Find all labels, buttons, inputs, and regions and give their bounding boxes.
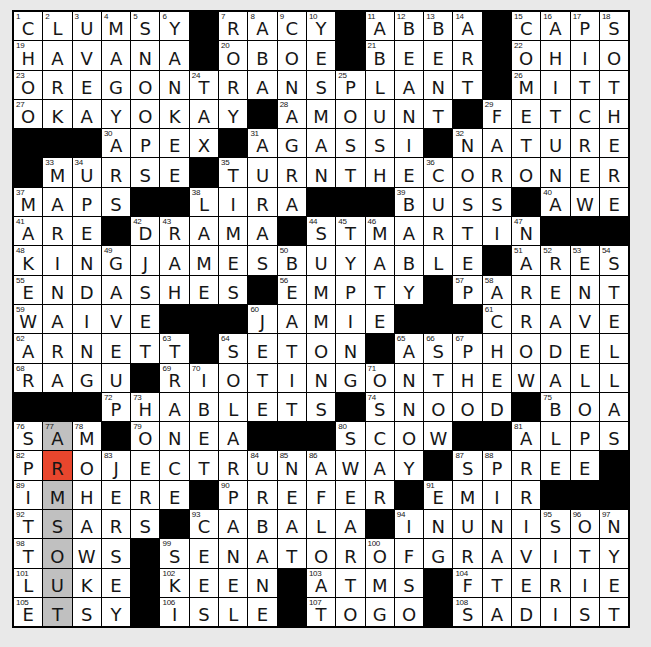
cell-r11c21[interactable]: E — [600, 305, 628, 333]
cell-r17c3[interactable]: H — [73, 481, 101, 509]
cell-r1c5[interactable]: 5S — [131, 12, 159, 40]
cell-r10c16[interactable]: 57P — [453, 276, 481, 304]
cell-r16c17[interactable]: 88P — [483, 451, 511, 479]
cell-r18c8[interactable]: A — [219, 510, 247, 538]
cell-r2c2[interactable]: A — [43, 41, 71, 69]
cell-r2c13[interactable]: 21B — [366, 41, 394, 69]
cell-r2c16[interactable]: R — [453, 41, 481, 69]
cell-r12c6[interactable]: 63T — [160, 334, 188, 362]
cell-r14c17[interactable]: D — [483, 393, 511, 421]
cell-r13c2[interactable]: A — [43, 364, 71, 392]
cell-r13c10[interactable]: I — [278, 364, 306, 392]
cell-r17c17[interactable]: I — [483, 481, 511, 509]
cell-r21c6[interactable]: 106I — [160, 598, 188, 626]
cell-r20c6[interactable]: 102K — [160, 569, 188, 597]
cell-r19c16[interactable]: R — [453, 539, 481, 567]
cell-r7c4[interactable]: S — [102, 188, 130, 216]
cell-r9c3[interactable]: N — [73, 246, 101, 274]
cell-r8c15[interactable]: R — [424, 217, 452, 245]
cell-r8c3[interactable]: E — [73, 217, 101, 245]
cell-r4c21[interactable]: H — [600, 100, 628, 128]
cell-r14c14[interactable]: N — [395, 393, 423, 421]
cell-r19c9[interactable]: A — [248, 539, 276, 567]
cell-r10c2[interactable]: N — [43, 276, 71, 304]
cell-r13c15[interactable]: T — [424, 364, 452, 392]
cell-r18c3[interactable]: A — [73, 510, 101, 538]
cell-r11c4[interactable]: V — [102, 305, 130, 333]
cell-r4c19[interactable]: T — [541, 100, 569, 128]
cell-r3c14[interactable]: A — [395, 71, 423, 99]
cell-r18c7[interactable]: 93C — [190, 510, 218, 538]
cell-r20c20[interactable]: I — [571, 569, 599, 597]
cell-r13c9[interactable]: T — [248, 364, 276, 392]
cell-r21c12[interactable]: O — [336, 598, 364, 626]
cell-r12c8[interactable]: 64S — [219, 334, 247, 362]
cell-r7c19[interactable]: 40A — [541, 188, 569, 216]
cell-r12c17[interactable]: H — [483, 334, 511, 362]
cell-r8c1[interactable]: 41A — [14, 217, 42, 245]
cell-r1c4[interactable]: 4M — [102, 12, 130, 40]
cell-r1c9[interactable]: 8A — [248, 12, 276, 40]
cell-r10c21[interactable]: T — [600, 276, 628, 304]
cell-r16c18[interactable]: R — [512, 451, 540, 479]
cell-r4c17[interactable]: 29F — [483, 100, 511, 128]
cell-r9c5[interactable]: J — [131, 246, 159, 274]
cell-r17c15[interactable]: 91E — [424, 481, 452, 509]
cell-r12c12[interactable]: N — [336, 334, 364, 362]
cell-r21c9[interactable]: E — [248, 598, 276, 626]
cell-r1c20[interactable]: 17P — [571, 12, 599, 40]
cell-r4c14[interactable]: N — [395, 100, 423, 128]
cell-r10c8[interactable]: S — [219, 276, 247, 304]
cell-r5c12[interactable]: S — [336, 129, 364, 157]
cell-r6c9[interactable]: U — [248, 158, 276, 186]
cell-r3c2[interactable]: R — [43, 71, 71, 99]
cell-r13c6[interactable]: 69R — [160, 364, 188, 392]
cell-r6c18[interactable]: O — [512, 158, 540, 186]
cell-r14c15[interactable]: O — [424, 393, 452, 421]
cell-r13c13[interactable]: 71O — [366, 364, 394, 392]
cell-r3c12[interactable]: 25P — [336, 71, 364, 99]
cell-r11c9[interactable]: 60J — [248, 305, 276, 333]
cell-r13c8[interactable]: O — [219, 364, 247, 392]
cell-r6c6[interactable]: E — [160, 158, 188, 186]
cell-r18c15[interactable]: N — [424, 510, 452, 538]
cell-r9c7[interactable]: M — [190, 246, 218, 274]
cell-r3c15[interactable]: N — [424, 71, 452, 99]
cell-r6c13[interactable]: H — [366, 158, 394, 186]
cell-r2c19[interactable]: H — [541, 41, 569, 69]
cell-r10c7[interactable]: E — [190, 276, 218, 304]
cell-r19c18[interactable]: V — [512, 539, 540, 567]
cell-r20c16[interactable]: 104F — [453, 569, 481, 597]
cell-r6c5[interactable]: S — [131, 158, 159, 186]
cell-r4c18[interactable]: E — [512, 100, 540, 128]
cell-r8c11[interactable]: 44S — [307, 217, 335, 245]
cell-r2c10[interactable]: O — [278, 41, 306, 69]
cell-r2c4[interactable]: A — [102, 41, 130, 69]
cell-r13c19[interactable]: A — [541, 364, 569, 392]
cell-r18c21[interactable]: 97N — [600, 510, 628, 538]
cell-r7c17[interactable]: S — [483, 188, 511, 216]
cell-r2c9[interactable]: B — [248, 41, 276, 69]
cell-r16c11[interactable]: 86A — [307, 451, 335, 479]
cell-r14c11[interactable]: S — [307, 393, 335, 421]
cell-r4c8[interactable]: Y — [219, 100, 247, 128]
cell-r3c19[interactable]: I — [541, 71, 569, 99]
cell-r3c4[interactable]: G — [102, 71, 130, 99]
cell-r6c8[interactable]: 35T — [219, 158, 247, 186]
cell-r10c4[interactable]: A — [102, 276, 130, 304]
cell-r13c11[interactable]: N — [307, 364, 335, 392]
cell-r19c17[interactable]: A — [483, 539, 511, 567]
cell-r17c2[interactable]: M — [43, 481, 71, 509]
cell-r21c21[interactable]: T — [600, 598, 628, 626]
cell-r17c13[interactable]: R — [366, 481, 394, 509]
cell-r10c11[interactable]: M — [307, 276, 335, 304]
cell-r18c12[interactable]: A — [336, 510, 364, 538]
cell-r19c10[interactable]: T — [278, 539, 306, 567]
cell-r4c4[interactable]: Y — [102, 100, 130, 128]
cell-r6c3[interactable]: 34U — [73, 158, 101, 186]
cell-r11c18[interactable]: R — [512, 305, 540, 333]
cell-r6c20[interactable]: E — [571, 158, 599, 186]
cell-r10c18[interactable]: R — [512, 276, 540, 304]
cell-r19c21[interactable]: Y — [600, 539, 628, 567]
cell-r11c11[interactable]: M — [307, 305, 335, 333]
cell-r14c9[interactable]: E — [248, 393, 276, 421]
cell-r5c10[interactable]: G — [278, 129, 306, 157]
cell-r16c20[interactable]: E — [571, 451, 599, 479]
cell-r11c17[interactable]: 61C — [483, 305, 511, 333]
cell-r1c16[interactable]: 14A — [453, 12, 481, 40]
cell-r5c16[interactable]: 32N — [453, 129, 481, 157]
cell-r8c17[interactable]: I — [483, 217, 511, 245]
cell-r17c9[interactable]: R — [248, 481, 276, 509]
cell-r8c12[interactable]: 45T — [336, 217, 364, 245]
cell-r19c1[interactable]: 98T — [14, 539, 42, 567]
cell-r4c11[interactable]: M — [307, 100, 335, 128]
cell-r3c6[interactable]: N — [160, 71, 188, 99]
cell-r17c11[interactable]: F — [307, 481, 335, 509]
cell-r16c19[interactable]: E — [541, 451, 569, 479]
cell-r17c6[interactable]: E — [160, 481, 188, 509]
cell-r7c15[interactable]: U — [424, 188, 452, 216]
cell-r15c14[interactable]: O — [395, 422, 423, 450]
cell-r6c4[interactable]: R — [102, 158, 130, 186]
cell-r9c9[interactable]: S — [248, 246, 276, 274]
cell-r6c16[interactable]: O — [453, 158, 481, 186]
cell-r5c14[interactable]: I — [395, 129, 423, 157]
cell-r13c1[interactable]: 68R — [14, 364, 42, 392]
cell-r12c20[interactable]: E — [571, 334, 599, 362]
cell-r17c8[interactable]: 90P — [219, 481, 247, 509]
cell-r2c5[interactable]: N — [131, 41, 159, 69]
cell-r3c8[interactable]: R — [219, 71, 247, 99]
cell-r4c3[interactable]: A — [73, 100, 101, 128]
cell-r12c14[interactable]: 65A — [395, 334, 423, 362]
cell-r6c19[interactable]: N — [541, 158, 569, 186]
cell-r2c15[interactable]: E — [424, 41, 452, 69]
cell-r17c10[interactable]: E — [278, 481, 306, 509]
cell-r21c4[interactable]: Y — [102, 598, 130, 626]
cell-r14c13[interactable]: 74S — [366, 393, 394, 421]
cell-r19c20[interactable]: T — [571, 539, 599, 567]
cell-r3c20[interactable]: T — [571, 71, 599, 99]
cell-r15c15[interactable]: W — [424, 422, 452, 450]
cell-r11c5[interactable]: E — [131, 305, 159, 333]
cell-r1c21[interactable]: 18S — [600, 12, 628, 40]
cell-r9c1[interactable]: 48K — [14, 246, 42, 274]
cell-r20c8[interactable]: E — [219, 569, 247, 597]
cell-r16c7[interactable]: T — [190, 451, 218, 479]
cell-r21c16[interactable]: 108S — [453, 598, 481, 626]
cell-r9c8[interactable]: E — [219, 246, 247, 274]
cell-r21c20[interactable]: S — [571, 598, 599, 626]
cell-r9c16[interactable]: E — [453, 246, 481, 274]
cell-r18c19[interactable]: 95S — [541, 510, 569, 538]
cell-r18c16[interactable]: U — [453, 510, 481, 538]
cell-r10c10[interactable]: 56E — [278, 276, 306, 304]
cell-r21c8[interactable]: L — [219, 598, 247, 626]
cell-r16c8[interactable]: R — [219, 451, 247, 479]
cell-r9c6[interactable]: A — [160, 246, 188, 274]
cell-r12c3[interactable]: N — [73, 334, 101, 362]
cell-r14c10[interactable]: T — [278, 393, 306, 421]
cell-r10c17[interactable]: 58A — [483, 276, 511, 304]
cell-r19c7[interactable]: E — [190, 539, 218, 567]
cell-r3c7[interactable]: 24T — [190, 71, 218, 99]
cell-r18c17[interactable]: N — [483, 510, 511, 538]
cell-r11c19[interactable]: A — [541, 305, 569, 333]
cell-r7c14[interactable]: 39B — [395, 188, 423, 216]
cell-r15c7[interactable]: E — [190, 422, 218, 450]
cell-r13c14[interactable]: N — [395, 364, 423, 392]
cell-r2c1[interactable]: 19H — [14, 41, 42, 69]
cell-r9c15[interactable]: L — [424, 246, 452, 274]
cell-r1c2[interactable]: 2L — [43, 12, 71, 40]
cell-r1c14[interactable]: 12B — [395, 12, 423, 40]
cell-r5c19[interactable]: U — [541, 129, 569, 157]
cell-r15c20[interactable]: P — [571, 422, 599, 450]
cell-r1c13[interactable]: 11A — [366, 12, 394, 40]
cell-r19c11[interactable]: O — [307, 539, 335, 567]
cell-r18c14[interactable]: 94I — [395, 510, 423, 538]
cell-r20c1[interactable]: 101L — [14, 569, 42, 597]
cell-r18c2[interactable]: S — [43, 510, 71, 538]
cell-r4c10[interactable]: 28A — [278, 100, 306, 128]
cell-r4c2[interactable]: K — [43, 100, 71, 128]
cell-r9c2[interactable]: I — [43, 246, 71, 274]
cell-r18c11[interactable]: L — [307, 510, 335, 538]
cell-r3c18[interactable]: 26M — [512, 71, 540, 99]
cell-r4c6[interactable]: K — [160, 100, 188, 128]
cell-r14c6[interactable]: A — [160, 393, 188, 421]
cell-r4c15[interactable]: T — [424, 100, 452, 128]
cell-r20c3[interactable]: K — [73, 569, 101, 597]
cell-r13c4[interactable]: U — [102, 364, 130, 392]
cell-r16c16[interactable]: 87S — [453, 451, 481, 479]
cell-r12c15[interactable]: 66S — [424, 334, 452, 362]
cell-r7c9[interactable]: R — [248, 188, 276, 216]
cell-r15c21[interactable]: S — [600, 422, 628, 450]
cell-r19c2[interactable]: O — [43, 539, 71, 567]
cell-r3c3[interactable]: E — [73, 71, 101, 99]
cell-r19c6[interactable]: 99S — [160, 539, 188, 567]
cell-r17c16[interactable]: M — [453, 481, 481, 509]
cell-r5c11[interactable]: A — [307, 129, 335, 157]
cell-r13c20[interactable]: L — [571, 364, 599, 392]
cell-r12c2[interactable]: R — [43, 334, 71, 362]
cell-r21c19[interactable]: I — [541, 598, 569, 626]
cell-r14c19[interactable]: 75B — [541, 393, 569, 421]
cell-r2c6[interactable]: A — [160, 41, 188, 69]
cell-r15c2[interactable]: 77A — [43, 422, 71, 450]
cell-r16c14[interactable]: Y — [395, 451, 423, 479]
cell-r15c6[interactable]: N — [160, 422, 188, 450]
cell-r19c13[interactable]: 100O — [366, 539, 394, 567]
cell-r20c11[interactable]: 103A — [307, 569, 335, 597]
cell-r18c10[interactable]: A — [278, 510, 306, 538]
cell-r12c11[interactable]: O — [307, 334, 335, 362]
cell-r15c18[interactable]: 81A — [512, 422, 540, 450]
cell-r1c10[interactable]: 9C — [278, 12, 306, 40]
cell-r5c7[interactable]: X — [190, 129, 218, 157]
cell-r5c20[interactable]: R — [571, 129, 599, 157]
cell-r10c13[interactable]: T — [366, 276, 394, 304]
cell-r5c17[interactable]: A — [483, 129, 511, 157]
cell-r10c14[interactable]: Y — [395, 276, 423, 304]
cell-r3c16[interactable]: T — [453, 71, 481, 99]
cell-r9c10[interactable]: 50B — [278, 246, 306, 274]
cell-r8c9[interactable]: A — [248, 217, 276, 245]
cell-r4c5[interactable]: O — [131, 100, 159, 128]
cell-r2c3[interactable]: V — [73, 41, 101, 69]
cell-r16c13[interactable]: A — [366, 451, 394, 479]
cell-r8c8[interactable]: M — [219, 217, 247, 245]
cell-r1c18[interactable]: 15C — [512, 12, 540, 40]
cell-r16c3[interactable]: O — [73, 451, 101, 479]
cell-r16c6[interactable]: C — [160, 451, 188, 479]
cell-r2c8[interactable]: 20O — [219, 41, 247, 69]
cell-r20c2[interactable]: U — [43, 569, 71, 597]
cell-r6c17[interactable]: R — [483, 158, 511, 186]
cell-r3c5[interactable]: O — [131, 71, 159, 99]
cell-r11c13[interactable]: E — [366, 305, 394, 333]
cell-r7c10[interactable]: A — [278, 188, 306, 216]
cell-r20c12[interactable]: T — [336, 569, 364, 597]
cell-r18c5[interactable]: S — [131, 510, 159, 538]
cell-r16c2[interactable]: R — [43, 451, 71, 479]
cell-r5c18[interactable]: T — [512, 129, 540, 157]
cell-r12c1[interactable]: 62A — [14, 334, 42, 362]
cell-r1c6[interactable]: 6Y — [160, 12, 188, 40]
cell-r4c12[interactable]: O — [336, 100, 364, 128]
cell-r18c1[interactable]: 92T — [14, 510, 42, 538]
cell-r5c5[interactable]: P — [131, 129, 159, 157]
cell-r4c13[interactable]: U — [366, 100, 394, 128]
cell-r5c6[interactable]: E — [160, 129, 188, 157]
cell-r19c12[interactable]: R — [336, 539, 364, 567]
cell-r20c18[interactable]: E — [512, 569, 540, 597]
cell-r21c1[interactable]: 105E — [14, 598, 42, 626]
cell-r6c2[interactable]: 33M — [43, 158, 71, 186]
cell-r17c1[interactable]: 89I — [14, 481, 42, 509]
cell-r16c5[interactable]: E — [131, 451, 159, 479]
cell-r21c18[interactable]: D — [512, 598, 540, 626]
cell-r3c10[interactable]: N — [278, 71, 306, 99]
cell-r20c13[interactable]: M — [366, 569, 394, 597]
cell-r7c7[interactable]: 38L — [190, 188, 218, 216]
cell-r17c4[interactable]: E — [102, 481, 130, 509]
cell-r14c21[interactable]: A — [600, 393, 628, 421]
cell-r2c20[interactable]: I — [571, 41, 599, 69]
cell-r17c12[interactable]: E — [336, 481, 364, 509]
cell-r8c2[interactable]: R — [43, 217, 71, 245]
cell-r15c13[interactable]: C — [366, 422, 394, 450]
cell-r20c21[interactable]: E — [600, 569, 628, 597]
cell-r10c1[interactable]: 55E — [14, 276, 42, 304]
cell-r14c5[interactable]: 73H — [131, 393, 159, 421]
cell-r10c19[interactable]: E — [541, 276, 569, 304]
cell-r12c21[interactable]: L — [600, 334, 628, 362]
cell-r1c1[interactable]: 1C — [14, 12, 42, 40]
cell-r13c18[interactable]: W — [512, 364, 540, 392]
cell-r11c1[interactable]: 59W — [14, 305, 42, 333]
cell-r19c19[interactable]: I — [541, 539, 569, 567]
cell-r21c11[interactable]: 107T — [307, 598, 335, 626]
cell-r1c3[interactable]: 3U — [73, 12, 101, 40]
cell-r16c1[interactable]: 82P — [14, 451, 42, 479]
cell-r13c3[interactable]: G — [73, 364, 101, 392]
cell-r3c11[interactable]: S — [307, 71, 335, 99]
cell-r3c21[interactable]: T — [600, 71, 628, 99]
cell-r15c19[interactable]: L — [541, 422, 569, 450]
cell-r9c14[interactable]: B — [395, 246, 423, 274]
cell-r2c14[interactable]: E — [395, 41, 423, 69]
cell-r20c4[interactable]: E — [102, 569, 130, 597]
cell-r9c4[interactable]: 49G — [102, 246, 130, 274]
cell-r11c3[interactable]: I — [73, 305, 101, 333]
cell-r6c15[interactable]: 36C — [424, 158, 452, 186]
cell-r18c18[interactable]: I — [512, 510, 540, 538]
cell-r21c13[interactable]: G — [366, 598, 394, 626]
cell-r3c9[interactable]: A — [248, 71, 276, 99]
cell-r19c15[interactable]: G — [424, 539, 452, 567]
cell-r17c5[interactable]: R — [131, 481, 159, 509]
cell-r15c1[interactable]: 76S — [14, 422, 42, 450]
cell-r11c10[interactable]: A — [278, 305, 306, 333]
cell-r7c16[interactable]: S — [453, 188, 481, 216]
cell-r19c4[interactable]: S — [102, 539, 130, 567]
cell-r5c4[interactable]: 30A — [102, 129, 130, 157]
cell-r11c2[interactable]: A — [43, 305, 71, 333]
cell-r19c3[interactable]: W — [73, 539, 101, 567]
cell-r12c9[interactable]: E — [248, 334, 276, 362]
cell-r6c11[interactable]: N — [307, 158, 335, 186]
cell-r6c14[interactable]: E — [395, 158, 423, 186]
cell-r9c18[interactable]: 51A — [512, 246, 540, 274]
cell-r15c12[interactable]: 80S — [336, 422, 364, 450]
cell-r19c8[interactable]: N — [219, 539, 247, 567]
cell-r9c19[interactable]: 52R — [541, 246, 569, 274]
cell-r21c3[interactable]: S — [73, 598, 101, 626]
cell-r8c16[interactable]: T — [453, 217, 481, 245]
cell-r20c17[interactable]: T — [483, 569, 511, 597]
cell-r10c12[interactable]: P — [336, 276, 364, 304]
cell-r15c8[interactable]: A — [219, 422, 247, 450]
cell-r4c1[interactable]: 27O — [14, 100, 42, 128]
